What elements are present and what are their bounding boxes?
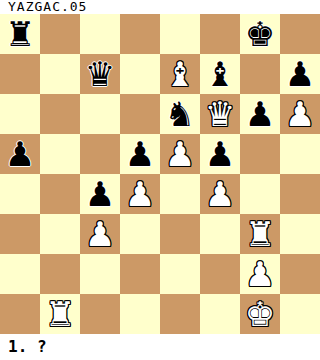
square-h4[interactable]	[280, 174, 320, 214]
square-h8[interactable]	[280, 14, 320, 54]
square-f4[interactable]: ♟	[200, 174, 240, 214]
square-f7[interactable]: ♝	[200, 54, 240, 94]
black-king: ♚	[240, 14, 280, 54]
white-pawn: ♟	[200, 174, 240, 214]
square-d4[interactable]: ♟	[120, 174, 160, 214]
white-rook: ♜	[240, 214, 280, 254]
square-a5[interactable]: ♟	[0, 134, 40, 174]
square-a4[interactable]	[0, 174, 40, 214]
square-h6[interactable]: ♟	[280, 94, 320, 134]
white-pawn: ♟	[160, 134, 200, 174]
square-a8[interactable]: ♜	[0, 14, 40, 54]
square-d8[interactable]	[120, 14, 160, 54]
square-b3[interactable]	[40, 214, 80, 254]
square-a3[interactable]	[0, 214, 40, 254]
black-pawn: ♟	[0, 134, 40, 174]
square-h3[interactable]	[280, 214, 320, 254]
square-h1[interactable]	[280, 294, 320, 334]
square-g1[interactable]: ♚	[240, 294, 280, 334]
square-g6[interactable]: ♟	[240, 94, 280, 134]
square-f8[interactable]	[200, 14, 240, 54]
square-f5[interactable]: ♟	[200, 134, 240, 174]
black-pawn: ♟	[280, 54, 320, 94]
square-e5[interactable]: ♟	[160, 134, 200, 174]
black-pawn: ♟	[200, 134, 240, 174]
square-d5[interactable]: ♟	[120, 134, 160, 174]
chess-diagram-window: YAZGAC.05 ♜♚♛♝♝♟♞♛♟♟♟♟♟♟♟♟♟♟♜♟♜♚ 1. ?	[0, 0, 320, 360]
square-e8[interactable]	[160, 14, 200, 54]
square-h5[interactable]	[280, 134, 320, 174]
square-d6[interactable]	[120, 94, 160, 134]
square-c1[interactable]	[80, 294, 120, 334]
square-c7[interactable]: ♛	[80, 54, 120, 94]
square-b8[interactable]	[40, 14, 80, 54]
square-f6[interactable]: ♛	[200, 94, 240, 134]
square-c6[interactable]	[80, 94, 120, 134]
square-e7[interactable]: ♝	[160, 54, 200, 94]
square-h2[interactable]	[280, 254, 320, 294]
square-e6[interactable]: ♞	[160, 94, 200, 134]
square-c5[interactable]	[80, 134, 120, 174]
white-pawn: ♟	[80, 214, 120, 254]
white-pawn: ♟	[120, 174, 160, 214]
square-g3[interactable]: ♜	[240, 214, 280, 254]
square-g7[interactable]	[240, 54, 280, 94]
black-queen: ♛	[80, 54, 120, 94]
square-c4[interactable]: ♟	[80, 174, 120, 214]
square-d3[interactable]	[120, 214, 160, 254]
square-a1[interactable]	[0, 294, 40, 334]
square-b1[interactable]: ♜	[40, 294, 80, 334]
white-king: ♚	[240, 294, 280, 334]
square-a6[interactable]	[0, 94, 40, 134]
black-knight: ♞	[160, 94, 200, 134]
square-c8[interactable]	[80, 14, 120, 54]
black-pawn: ♟	[240, 94, 280, 134]
square-e3[interactable]	[160, 214, 200, 254]
square-e4[interactable]	[160, 174, 200, 214]
square-c2[interactable]	[80, 254, 120, 294]
square-a7[interactable]	[0, 54, 40, 94]
black-bishop: ♝	[200, 54, 240, 94]
square-g2[interactable]: ♟	[240, 254, 280, 294]
square-b6[interactable]	[40, 94, 80, 134]
square-b7[interactable]	[40, 54, 80, 94]
diagram-title: YAZGAC.05	[0, 0, 320, 14]
square-g8[interactable]: ♚	[240, 14, 280, 54]
square-c3[interactable]: ♟	[80, 214, 120, 254]
white-pawn: ♟	[240, 254, 280, 294]
square-f1[interactable]	[200, 294, 240, 334]
black-pawn: ♟	[80, 174, 120, 214]
white-pawn: ♟	[280, 94, 320, 134]
square-b4[interactable]	[40, 174, 80, 214]
square-d2[interactable]	[120, 254, 160, 294]
square-g5[interactable]	[240, 134, 280, 174]
square-e1[interactable]	[160, 294, 200, 334]
square-d7[interactable]	[120, 54, 160, 94]
square-d1[interactable]	[120, 294, 160, 334]
square-b5[interactable]	[40, 134, 80, 174]
square-f3[interactable]	[200, 214, 240, 254]
square-b2[interactable]	[40, 254, 80, 294]
chess-board: ♜♚♛♝♝♟♞♛♟♟♟♟♟♟♟♟♟♟♜♟♜♚	[0, 14, 320, 334]
white-queen: ♛	[200, 94, 240, 134]
square-a2[interactable]	[0, 254, 40, 294]
white-bishop: ♝	[160, 54, 200, 94]
move-prompt: 1. ?	[0, 334, 320, 356]
black-rook: ♜	[0, 14, 40, 54]
black-pawn: ♟	[120, 134, 160, 174]
square-h7[interactable]: ♟	[280, 54, 320, 94]
square-f2[interactable]	[200, 254, 240, 294]
square-g4[interactable]	[240, 174, 280, 214]
white-rook: ♜	[40, 294, 80, 334]
square-e2[interactable]	[160, 254, 200, 294]
